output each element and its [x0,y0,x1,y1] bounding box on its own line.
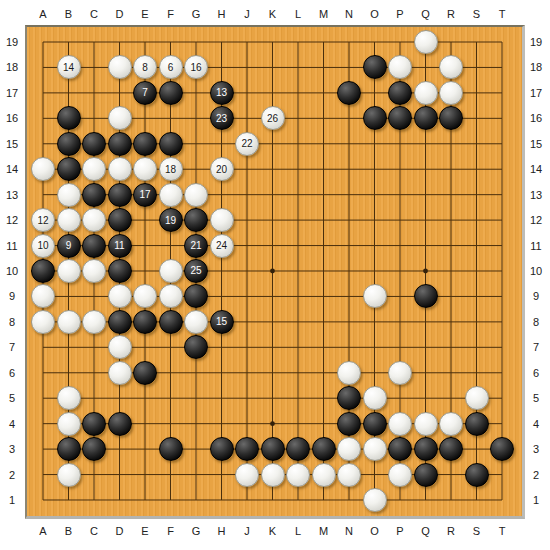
col-label-top-R: R [440,7,462,21]
stone-O4 [363,412,387,436]
stone-O18 [363,55,387,79]
col-label-bottom-L: L [287,524,309,538]
stone-R3 [439,437,463,461]
stone-D11: 11 [108,234,132,258]
move-number-22: 22 [241,138,252,149]
stone-Q17 [414,81,438,105]
row-label-right-8: 8 [525,315,547,329]
col-label-bottom-T: T [491,524,513,538]
move-number-17: 17 [139,189,150,200]
row-label-right-4: 4 [525,417,547,431]
row-label-left-19: 19 [1,35,23,49]
col-label-bottom-P: P [389,524,411,538]
row-label-left-6: 6 [1,366,23,380]
row-label-left-7: 7 [1,340,23,354]
col-label-top-P: P [389,7,411,21]
stone-D8 [108,310,132,334]
col-label-bottom-M: M [313,524,335,538]
stone-A8 [31,310,55,334]
row-label-right-17: 17 [525,86,547,100]
stone-O16 [363,106,387,130]
stone-J3 [235,437,259,461]
move-number-24: 24 [216,240,227,251]
move-number-9: 9 [66,240,72,251]
stone-F13 [159,183,183,207]
row-label-right-10: 10 [525,264,547,278]
stone-H8: 15 [210,310,234,334]
row-label-right-3: 3 [525,442,547,456]
row-label-left-4: 4 [1,417,23,431]
stone-F10 [159,259,183,283]
row-label-left-1: 1 [1,493,23,507]
move-number-14: 14 [63,62,74,73]
stone-B10 [57,259,81,283]
col-label-bottom-G: G [185,524,207,538]
stone-N3 [337,437,361,461]
stone-C4 [82,412,106,436]
stone-H16: 23 [210,106,234,130]
col-label-bottom-H: H [211,524,233,538]
stone-B14 [57,157,81,181]
stone-M2 [312,463,336,487]
col-label-bottom-D: D [109,524,131,538]
col-label-bottom-B: B [58,524,80,538]
row-label-left-12: 12 [1,213,23,227]
col-label-bottom-N: N [338,524,360,538]
stone-A11: 10 [31,234,55,258]
star-point-K10 [270,269,275,274]
stone-G12 [184,208,208,232]
move-number-19: 19 [165,215,176,226]
row-label-right-7: 7 [525,340,547,354]
row-label-left-16: 16 [1,111,23,125]
row-label-left-2: 2 [1,468,23,482]
row-label-left-18: 18 [1,60,23,74]
stone-K3 [261,437,285,461]
stone-B8 [57,310,81,334]
row-label-right-11: 11 [525,239,547,253]
stone-F12: 19 [159,208,183,232]
stone-P2 [388,463,412,487]
stone-D7 [108,335,132,359]
col-label-top-J: J [236,7,258,21]
stone-Q4 [414,412,438,436]
move-number-6: 6 [168,62,174,73]
stone-B11: 9 [57,234,81,258]
col-label-top-Q: Q [415,7,437,21]
col-label-top-D: D [109,7,131,21]
star-point-Q10 [423,269,428,274]
col-label-bottom-R: R [440,524,462,538]
stone-J15: 22 [235,132,259,156]
stone-D10 [108,259,132,283]
stone-B4 [57,412,81,436]
star-point-K4 [270,421,275,426]
stone-H3 [210,437,234,461]
stone-Q3 [414,437,438,461]
stone-B18: 14 [57,55,81,79]
row-label-right-12: 12 [525,213,547,227]
stone-F14: 18 [159,157,183,181]
stone-N4 [337,412,361,436]
col-label-bottom-O: O [364,524,386,538]
stone-S5 [465,386,489,410]
row-label-right-9: 9 [525,289,547,303]
row-label-right-15: 15 [525,137,547,151]
row-label-left-10: 10 [1,264,23,278]
stone-B2 [57,463,81,487]
col-label-top-F: F [160,7,182,21]
stone-C3 [82,437,106,461]
row-label-left-9: 9 [1,289,23,303]
stone-D15 [108,132,132,156]
move-number-23: 23 [216,113,227,124]
row-label-left-17: 17 [1,86,23,100]
row-label-right-2: 2 [525,468,547,482]
stone-Q16 [414,106,438,130]
move-number-20: 20 [216,164,227,175]
stone-D18 [108,55,132,79]
col-label-bottom-A: A [32,524,54,538]
move-number-11: 11 [114,240,124,251]
stone-R4 [439,412,463,436]
stone-A12: 12 [31,208,55,232]
stone-F9 [159,284,183,308]
col-label-bottom-C: C [83,524,105,538]
stone-G13 [184,183,208,207]
stone-O1 [363,488,387,512]
go-board[interactable]: 14861671323262218201712191091121242515 [25,25,525,519]
col-label-top-E: E [134,7,156,21]
stone-H17: 13 [210,81,234,105]
stone-D6 [108,361,132,385]
stone-G11: 21 [184,234,208,258]
stone-N6 [337,361,361,385]
move-number-16: 16 [190,62,201,73]
stone-C13 [82,183,106,207]
col-label-top-N: N [338,7,360,21]
stone-D12 [108,208,132,232]
stone-D16 [108,106,132,130]
move-number-26: 26 [267,113,278,124]
stone-D14 [108,157,132,181]
stone-E15 [133,132,157,156]
stone-C15 [82,132,106,156]
stone-D4 [108,412,132,436]
go-board-diagram: 14861671323262218201712191091121242515 A… [0,0,550,550]
row-label-left-8: 8 [1,315,23,329]
row-label-right-6: 6 [525,366,547,380]
stone-A10 [31,259,55,283]
stone-C12 [82,208,106,232]
stone-Q2 [414,463,438,487]
move-number-15: 15 [216,316,227,327]
move-number-13: 13 [216,87,227,98]
row-label-left-11: 11 [1,239,23,253]
move-number-18: 18 [165,164,176,175]
stone-S4 [465,412,489,436]
stone-H11: 24 [210,234,234,258]
stone-B3 [57,437,81,461]
stone-G8 [184,310,208,334]
stone-L2 [286,463,310,487]
row-label-right-18: 18 [525,60,547,74]
move-number-8: 8 [142,62,148,73]
stone-H14: 20 [210,157,234,181]
stone-Q9 [414,284,438,308]
row-label-left-15: 15 [1,137,23,151]
stone-D9 [108,284,132,308]
stone-B5 [57,386,81,410]
stone-E6 [133,361,157,385]
row-label-left-14: 14 [1,162,23,176]
col-label-top-B: B [58,7,80,21]
stone-P6 [388,361,412,385]
col-label-top-H: H [211,7,233,21]
col-label-bottom-J: J [236,524,258,538]
stone-F3 [159,437,183,461]
col-label-bottom-Q: Q [415,524,437,538]
col-label-top-O: O [364,7,386,21]
stone-F18: 6 [159,55,183,79]
row-label-right-5: 5 [525,391,547,405]
row-label-left-3: 3 [1,442,23,456]
row-label-left-13: 13 [1,188,23,202]
row-label-right-1: 1 [525,493,547,507]
stone-L3 [286,437,310,461]
row-label-right-13: 13 [525,188,547,202]
col-label-top-S: S [466,7,488,21]
stone-O9 [363,284,387,308]
stone-E17: 7 [133,81,157,105]
stone-M3 [312,437,336,461]
col-label-top-K: K [262,7,284,21]
stone-R17 [439,81,463,105]
stone-H12 [210,208,234,232]
move-number-10: 10 [37,240,48,251]
col-label-bottom-F: F [160,524,182,538]
col-label-bottom-K: K [262,524,284,538]
move-number-25: 25 [190,265,201,276]
stone-S2 [465,463,489,487]
col-label-top-A: A [32,7,54,21]
stone-C11 [82,234,106,258]
stone-K2 [261,463,285,487]
stone-N2 [337,463,361,487]
col-label-top-T: T [491,7,513,21]
stone-E8 [133,310,157,334]
stone-N17 [337,81,361,105]
stone-F15 [159,132,183,156]
stone-P17 [388,81,412,105]
stone-K16: 26 [261,106,285,130]
stone-D13 [108,183,132,207]
stone-F17 [159,81,183,105]
stone-B15 [57,132,81,156]
stone-B16 [57,106,81,130]
stone-P4 [388,412,412,436]
stone-G10: 25 [184,259,208,283]
stone-P3 [388,437,412,461]
stone-F8 [159,310,183,334]
stone-C10 [82,259,106,283]
move-number-21: 21 [190,240,201,251]
move-number-12: 12 [37,215,48,226]
col-label-top-M: M [313,7,335,21]
stone-T3 [490,437,514,461]
row-label-right-19: 19 [525,35,547,49]
stone-O3 [363,437,387,461]
col-label-top-C: C [83,7,105,21]
row-label-right-16: 16 [525,111,547,125]
move-number-7: 7 [142,87,148,98]
row-label-right-14: 14 [525,162,547,176]
stone-E13: 17 [133,183,157,207]
row-label-left-5: 5 [1,391,23,405]
stone-Q19 [414,30,438,54]
stone-B12 [57,208,81,232]
stone-C8 [82,310,106,334]
col-label-bottom-S: S [466,524,488,538]
stone-J2 [235,463,259,487]
col-label-top-L: L [287,7,309,21]
col-label-top-G: G [185,7,207,21]
stone-B13 [57,183,81,207]
col-label-bottom-E: E [134,524,156,538]
stone-O5 [363,386,387,410]
